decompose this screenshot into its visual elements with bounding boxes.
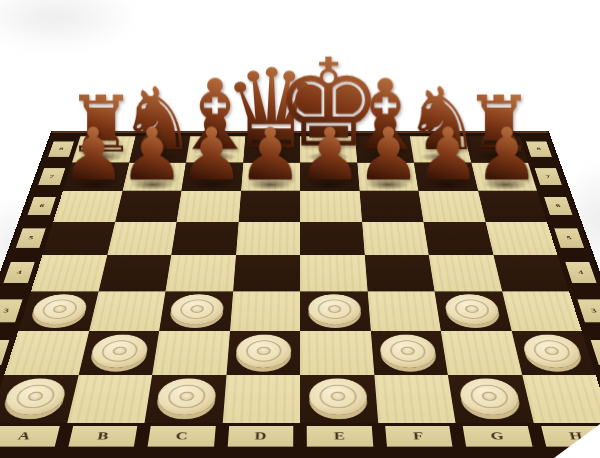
wooden-board-frame: ♜♞♝♛♚♝♞♜♟♟♟♟♟♟♟♟ ABCDEFGH 87654321 87654… [0,131,600,458]
square-g5[interactable] [423,222,493,255]
square-g3[interactable] [435,291,512,331]
square-e2[interactable] [300,331,374,375]
file-label-B: B [68,426,137,446]
square-c1[interactable] [144,375,226,423]
square-b7[interactable]: ♟ [122,162,186,190]
square-g7[interactable]: ♟ [414,162,478,190]
light-checker-g3[interactable] [443,294,501,324]
square-a5[interactable] [43,222,115,255]
light-checker-e3[interactable] [308,294,361,324]
square-a6[interactable] [53,191,122,222]
dark-pawn-b7[interactable]: ♟ [120,120,185,189]
rank-label-4: 4 [3,262,34,283]
square-f1[interactable] [374,375,456,423]
square-b3[interactable] [89,291,166,331]
dark-pawn-g7[interactable]: ♟ [415,120,480,189]
square-c7[interactable]: ♟ [182,162,244,190]
square-c3[interactable] [159,291,233,331]
square-b4[interactable] [98,255,171,291]
light-checker-e1[interactable] [309,379,368,416]
square-f7[interactable]: ♟ [357,162,419,190]
square-e1[interactable] [300,375,378,423]
light-checker-g1[interactable] [457,379,522,416]
square-f2[interactable] [370,331,447,375]
board-scene: ♜♞♝♛♚♝♞♜♟♟♟♟♟♟♟♟ ABCDEFGH 87654321 87654… [0,0,600,458]
dark-pawn-a7[interactable]: ♟ [61,120,126,189]
dark-pawn-e7[interactable]: ♟ [297,120,362,189]
square-h3[interactable] [502,291,582,331]
light-checker-d2[interactable] [235,334,291,367]
square-e4[interactable] [300,255,367,291]
square-b5[interactable] [107,222,177,255]
dark-pawn-h7[interactable]: ♟ [474,120,539,189]
rank-label-6: 6 [28,197,56,215]
rank-label-5: 5 [16,228,46,247]
square-d4[interactable] [233,255,300,291]
rank-label-5: 5 [554,228,584,247]
square-a2[interactable] [4,331,88,375]
file-label-G: G [463,426,532,446]
square-a4[interactable] [31,255,107,291]
file-label-A: A [0,426,59,446]
light-checker-c1[interactable] [155,379,217,416]
square-h4[interactable] [493,255,569,291]
photo-canvas: ♜♞♝♛♚♝♞♜♟♟♟♟♟♟♟♟ ABCDEFGH 87654321 87654… [0,0,600,458]
dark-pawn-f7[interactable]: ♟ [356,120,421,189]
square-d6[interactable] [238,191,300,222]
square-d5[interactable] [236,222,300,255]
square-f4[interactable] [364,255,434,291]
file-label-strip: ABCDEFGH [0,423,600,450]
file-label-E: E [307,426,373,446]
board-grid: ♜♞♝♛♚♝♞♜♟♟♟♟♟♟♟♟ [0,136,600,423]
square-h5[interactable] [485,222,557,255]
square-h1[interactable] [522,375,600,423]
rank-label-6: 6 [544,197,572,215]
light-checker-a1[interactable] [1,379,69,416]
square-e7[interactable]: ♟ [300,162,359,190]
square-b6[interactable] [115,191,182,222]
square-c2[interactable] [152,331,229,375]
square-a3[interactable] [18,291,98,331]
dark-pawn-c7[interactable]: ♟ [179,120,244,189]
square-f6[interactable] [359,191,423,222]
square-d2[interactable] [226,331,300,375]
file-label-F: F [385,426,453,446]
square-g6[interactable] [418,191,485,222]
rank-label-3: 3 [0,299,23,322]
square-h7[interactable]: ♟ [471,162,537,190]
square-d1[interactable] [222,375,300,423]
square-h2[interactable] [511,331,595,375]
rank-label-2: 2 [591,340,600,365]
square-e3[interactable] [300,291,370,331]
square-d3[interactable] [230,291,300,331]
light-checker-b2[interactable] [89,334,150,367]
square-e6[interactable] [300,191,362,222]
square-e5[interactable] [300,222,364,255]
square-b1[interactable] [67,375,152,423]
light-checker-a3[interactable] [29,294,90,324]
square-g4[interactable] [429,255,502,291]
rank-label-3: 3 [577,299,600,322]
light-checker-h2[interactable] [521,334,585,367]
square-f5[interactable] [362,222,429,255]
dark-pawn-d7[interactable]: ♟ [238,120,303,189]
square-h6[interactable] [478,191,547,222]
light-checker-c3[interactable] [169,294,225,324]
square-f3[interactable] [367,291,441,331]
square-g1[interactable] [448,375,533,423]
square-a1[interactable] [0,375,78,423]
square-c6[interactable] [177,191,241,222]
square-c4[interactable] [165,255,235,291]
square-g2[interactable] [441,331,522,375]
square-c5[interactable] [171,222,238,255]
light-checker-f2[interactable] [379,334,438,367]
file-label-D: D [227,426,293,446]
square-d7[interactable]: ♟ [241,162,300,190]
file-label-C: C [148,426,216,446]
rank-label-4: 4 [565,262,596,283]
square-b2[interactable] [78,331,159,375]
